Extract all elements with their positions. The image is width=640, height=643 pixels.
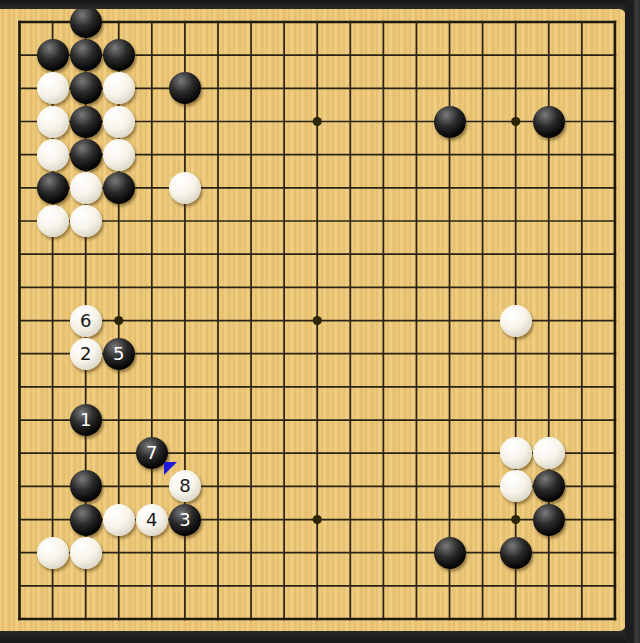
stone-white (70, 537, 102, 569)
star-point (511, 515, 520, 524)
stone-white (500, 470, 532, 502)
stone-white (169, 172, 201, 204)
stone-black (70, 470, 102, 502)
stone-black (70, 504, 102, 536)
window-top-bar (0, 0, 640, 9)
stone-white (533, 437, 565, 469)
stone-white-move-6: 6 (70, 305, 102, 337)
stone-white (103, 504, 135, 536)
stone-black-move-1: 1 (70, 404, 102, 436)
stone-white (70, 205, 102, 237)
star-point (313, 515, 322, 524)
stone-white (37, 139, 69, 171)
last-move-blue-triangle-marker (164, 462, 177, 475)
move-number: 2 (80, 345, 91, 363)
stone-black (169, 72, 201, 104)
stone-black (533, 106, 565, 138)
stone-black (533, 470, 565, 502)
stone-white (103, 72, 135, 104)
go-app-window: 62517843 (0, 0, 640, 643)
window-right-bar (625, 0, 640, 643)
stone-white (37, 72, 69, 104)
move-number: 6 (80, 312, 91, 330)
stone-black (70, 139, 102, 171)
move-number: 4 (146, 511, 157, 529)
stone-white-move-2: 2 (70, 338, 102, 370)
star-point (114, 316, 123, 325)
stone-black (500, 537, 532, 569)
stone-white-move-4: 4 (136, 504, 168, 536)
stone-black (70, 72, 102, 104)
move-number: 3 (179, 511, 190, 529)
board-surface: 62517843 (0, 9, 626, 631)
stone-black (37, 172, 69, 204)
stone-white (103, 106, 135, 138)
stone-white (500, 437, 532, 469)
star-point (511, 117, 520, 126)
move-number: 7 (146, 444, 157, 462)
star-point (313, 316, 322, 325)
stone-black (434, 106, 466, 138)
stone-black (70, 39, 102, 71)
move-number: 5 (113, 345, 124, 363)
stone-white (37, 537, 69, 569)
stone-white (37, 106, 69, 138)
stone-black (70, 106, 102, 138)
stone-black (103, 39, 135, 71)
stone-white (500, 305, 532, 337)
go-board[interactable]: 62517843 (0, 9, 626, 631)
stone-black (70, 9, 102, 38)
stone-black (434, 537, 466, 569)
stone-white (37, 205, 69, 237)
stone-black (533, 504, 565, 536)
move-number: 1 (80, 411, 91, 429)
stone-black-move-5: 5 (103, 338, 135, 370)
stone-black (103, 172, 135, 204)
stone-white (70, 172, 102, 204)
stone-white (103, 139, 135, 171)
star-point (313, 117, 322, 126)
stone-black (37, 39, 69, 71)
stone-black-move-3: 3 (169, 504, 201, 536)
move-number: 8 (179, 477, 190, 495)
window-bottom-bar (0, 631, 640, 643)
